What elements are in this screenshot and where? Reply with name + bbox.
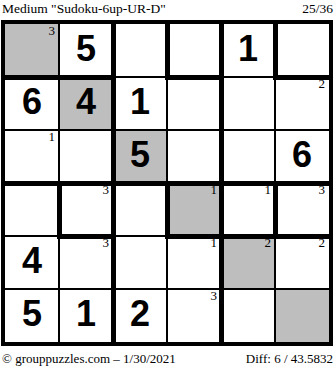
region-border [3,75,62,80]
region-border [273,181,278,239]
region-border [219,234,278,239]
cell-r2c1[interactable]: 6 [5,77,59,130]
region-border [219,128,224,186]
region-border [219,181,224,239]
region-border [165,234,224,239]
cell-r6c3[interactable]: 2 [113,289,167,342]
cell-r1c3[interactable] [113,24,167,77]
cell-r3c1[interactable]: 1 [5,130,59,183]
sudoku-board: 35164121563113431225123 [5,24,329,342]
region-border [219,22,224,80]
cell-r1c6[interactable] [275,24,329,77]
region-border [3,181,62,186]
progress-counter: 25/36 [302,1,333,17]
cell-r1c2[interactable]: 5 [59,24,113,77]
cell-r4c2[interactable]: 3 [59,183,113,236]
page-title: Medium "Sudoku-6up-UR-D" [2,1,166,17]
grid-line [5,288,329,290]
region-border [57,234,116,239]
cell-r5c6[interactable]: 2 [275,236,329,289]
difficulty-rating: Diff: 6 / 43.5832 [246,351,333,367]
given-digit: 5 [22,296,42,335]
region-border [111,234,116,292]
corner-hint: 1 [49,130,56,144]
region-border [111,181,170,186]
cell-r5c3[interactable] [113,236,167,289]
given-digit: 6 [22,84,42,123]
given-digit: 4 [76,84,96,123]
cell-r3c2[interactable] [59,130,113,183]
region-border [273,22,278,80]
region-border [111,181,116,239]
region-border [111,287,116,345]
cell-r5c2[interactable]: 3 [59,236,113,289]
cell-r1c4[interactable] [167,24,221,77]
region-border [273,75,332,80]
corner-hint: 3 [211,289,218,303]
cell-r2c6[interactable]: 2 [275,77,329,130]
cell-r3c3[interactable]: 5 [113,130,167,183]
board-frame: 35164121563113431225123 [1,20,333,346]
cell-r3c4[interactable] [167,130,221,183]
region-border [219,75,224,133]
cell-r4c5[interactable]: 1 [221,183,275,236]
cell-r6c6[interactable] [275,289,329,342]
region-border [219,234,224,292]
cell-r4c4[interactable]: 1 [167,183,221,236]
cell-r2c4[interactable] [167,77,221,130]
given-digit: 1 [238,31,258,70]
region-border [165,75,224,80]
given-digit: 4 [22,243,42,282]
region-border [273,181,332,186]
cell-r4c3[interactable] [113,183,167,236]
cell-r1c1[interactable]: 3 [5,24,59,77]
copyright-date: © grouppuzzles.com – 1/30/2021 [2,351,176,367]
given-digit: 2 [130,296,150,335]
given-digit: 6 [292,137,312,176]
cell-r5c4[interactable]: 1 [167,236,221,289]
cell-r2c5[interactable] [221,77,275,130]
region-border [219,181,278,186]
region-border [165,22,170,80]
cell-r6c5[interactable] [221,289,275,342]
region-border [111,75,116,133]
region-border [165,181,170,239]
given-digit: 1 [130,84,150,123]
cell-r6c4[interactable]: 3 [167,289,221,342]
given-digit: 1 [76,296,96,335]
region-border [273,234,332,239]
region-border [57,181,62,239]
cell-r2c2[interactable]: 4 [59,77,113,130]
region-border [57,181,116,186]
cell-r5c1[interactable]: 4 [5,236,59,289]
corner-hint: 3 [49,24,56,38]
cell-r4c1[interactable] [5,183,59,236]
cell-r3c6[interactable]: 6 [275,130,329,183]
cell-r6c1[interactable]: 5 [5,289,59,342]
cell-r6c2[interactable]: 1 [59,289,113,342]
cell-r4c6[interactable]: 3 [275,183,329,236]
footer: © grouppuzzles.com – 1/30/2021 Diff: 6 /… [2,351,333,367]
cell-r3c5[interactable] [221,130,275,183]
region-border [57,75,116,80]
header: Medium "Sudoku-6up-UR-D" 25/36 [2,1,333,17]
cell-r5c5[interactable]: 2 [221,236,275,289]
given-digit: 5 [76,31,96,70]
given-digit: 5 [130,137,150,176]
grid-line [5,129,329,131]
cell-r1c5[interactable]: 1 [221,24,275,77]
region-border [165,181,224,186]
region-border [219,287,224,345]
region-border [111,128,116,186]
region-border [111,22,116,80]
cell-r2c3[interactable]: 1 [113,77,167,130]
